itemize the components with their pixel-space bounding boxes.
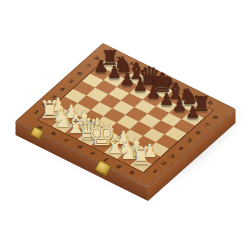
piece-white-rook-h1[interactable]: ♜ <box>130 145 151 169</box>
piece-black-pawn-h7[interactable]: ♟ <box>185 105 200 122</box>
pieces-layer: ♜♞♝♛♚♝♞♜♟♟♟♟♟♟♟♟♟♟♟♟♟♟♟♟♜♞♝♛♚♝♞♜ <box>0 0 250 250</box>
chess-set-photo: aabbccddeeffgghh1122334455667788 ♜♞♝♛♚♝♞… <box>0 0 250 250</box>
